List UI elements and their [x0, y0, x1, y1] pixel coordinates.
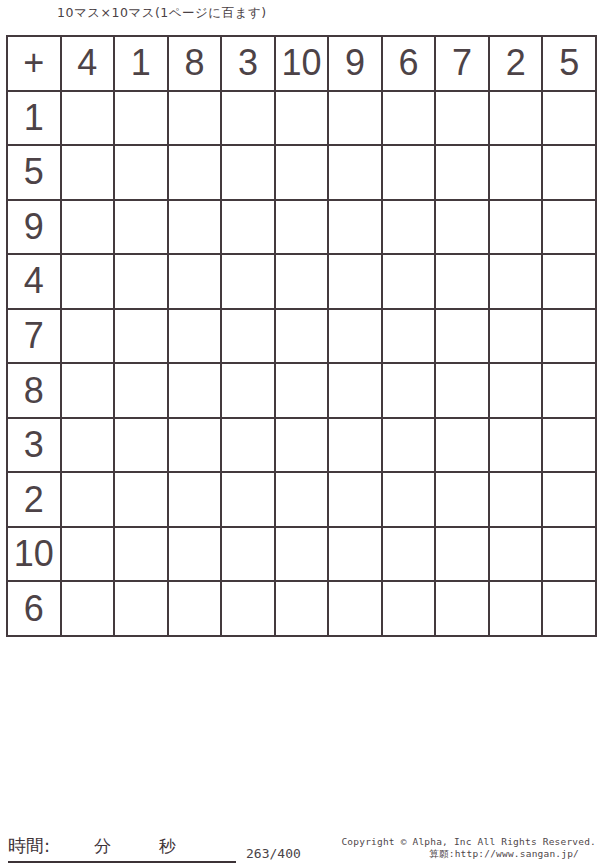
answer-cell[interactable]	[276, 364, 328, 417]
answer-cell[interactable]	[276, 528, 328, 581]
answer-cell[interactable]	[115, 582, 167, 635]
row-header-cell: 5	[8, 146, 60, 199]
answer-cell[interactable]	[62, 364, 114, 417]
answer-cell[interactable]	[222, 528, 274, 581]
minutes-label: 分	[94, 835, 111, 858]
answer-cell[interactable]	[543, 201, 595, 254]
answer-cell[interactable]	[543, 528, 595, 581]
answer-cell[interactable]	[62, 255, 114, 308]
row-header-cell: 6	[8, 582, 60, 635]
answer-cell[interactable]	[490, 419, 542, 472]
answer-cell[interactable]	[329, 364, 381, 417]
answer-cell[interactable]	[543, 255, 595, 308]
column-header-cell: 10	[276, 37, 328, 90]
answer-cell[interactable]	[222, 310, 274, 363]
answer-cell[interactable]	[169, 201, 221, 254]
answer-cell[interactable]	[62, 146, 114, 199]
seconds-label: 秒	[159, 835, 176, 858]
answer-cell[interactable]	[115, 419, 167, 472]
answer-cell[interactable]	[383, 473, 435, 526]
answer-cell[interactable]	[62, 419, 114, 472]
column-header-cell: 5	[543, 37, 595, 90]
answer-cell[interactable]	[169, 582, 221, 635]
answer-cell[interactable]	[115, 473, 167, 526]
answer-cell[interactable]	[115, 92, 167, 145]
worksheet-title: 10マス×10マス(1ページに百ます)	[57, 5, 267, 22]
column-header-cell: 8	[169, 37, 221, 90]
answer-cell[interactable]	[222, 364, 274, 417]
answer-cell[interactable]	[169, 528, 221, 581]
answer-cell[interactable]	[329, 255, 381, 308]
answer-cell[interactable]	[436, 419, 488, 472]
answer-cell[interactable]	[276, 310, 328, 363]
answer-cell[interactable]	[490, 473, 542, 526]
answer-cell[interactable]	[436, 201, 488, 254]
column-header-cell: 2	[490, 37, 542, 90]
column-header-cell: 9	[329, 37, 381, 90]
answer-cell[interactable]	[383, 582, 435, 635]
page-counter: 263/400	[246, 846, 301, 863]
answer-cell[interactable]	[490, 201, 542, 254]
row-header-cell: 1	[8, 92, 60, 145]
answer-cell[interactable]	[543, 310, 595, 363]
answer-cell[interactable]	[329, 310, 381, 363]
row-header-cell: 3	[8, 419, 60, 472]
answer-cell[interactable]	[329, 582, 381, 635]
answer-cell[interactable]	[543, 473, 595, 526]
answer-cell[interactable]	[490, 528, 542, 581]
copyright-block: Copyright © Alpha, Inc All Rights Reserv…	[341, 836, 596, 860]
answer-cell[interactable]	[62, 582, 114, 635]
column-header-cell: 7	[436, 37, 488, 90]
answer-cell[interactable]	[383, 255, 435, 308]
answer-cell[interactable]	[543, 364, 595, 417]
answer-cell[interactable]	[222, 92, 274, 145]
operator-cell: +	[8, 37, 60, 90]
answer-cell[interactable]	[383, 419, 435, 472]
answer-cell[interactable]	[383, 146, 435, 199]
answer-cell[interactable]	[169, 419, 221, 472]
row-header-cell: 9	[8, 201, 60, 254]
answer-cell[interactable]	[329, 146, 381, 199]
answer-cell[interactable]	[490, 92, 542, 145]
column-header-cell: 1	[115, 37, 167, 90]
answer-cell[interactable]	[329, 419, 381, 472]
answer-cell[interactable]	[169, 92, 221, 145]
answer-cell[interactable]	[276, 146, 328, 199]
copyright-text: Copyright © Alpha, Inc All Rights Reserv…	[341, 836, 596, 848]
answer-cell[interactable]	[169, 255, 221, 308]
answer-cell[interactable]	[436, 528, 488, 581]
answer-cell[interactable]	[222, 255, 274, 308]
row-header-cell: 7	[8, 310, 60, 363]
answer-cell[interactable]	[329, 473, 381, 526]
answer-cell[interactable]	[276, 92, 328, 145]
answer-cell[interactable]	[169, 364, 221, 417]
answer-cell[interactable]	[276, 473, 328, 526]
answer-cell[interactable]	[222, 201, 274, 254]
answer-cell[interactable]	[62, 473, 114, 526]
answer-cell[interactable]	[115, 255, 167, 308]
answer-cell[interactable]	[490, 582, 542, 635]
answer-cell[interactable]	[276, 201, 328, 254]
answer-cell[interactable]	[115, 146, 167, 199]
row-header-cell: 10	[8, 528, 60, 581]
answer-cell[interactable]	[62, 528, 114, 581]
answer-cell[interactable]	[383, 528, 435, 581]
answer-cell[interactable]	[490, 364, 542, 417]
row-header-cell: 2	[8, 473, 60, 526]
worksheet-grid: +4183109672515947832106	[6, 35, 597, 637]
answer-cell[interactable]	[543, 92, 595, 145]
answer-cell[interactable]	[490, 310, 542, 363]
answer-cell[interactable]	[329, 528, 381, 581]
answer-cell[interactable]	[543, 419, 595, 472]
row-header-cell: 4	[8, 255, 60, 308]
answer-cell[interactable]	[543, 146, 595, 199]
answer-cell[interactable]	[276, 255, 328, 308]
answer-cell[interactable]	[115, 528, 167, 581]
answer-cell[interactable]	[436, 364, 488, 417]
answer-cell[interactable]	[222, 146, 274, 199]
answer-cell[interactable]	[436, 310, 488, 363]
column-header-cell: 4	[62, 37, 114, 90]
answer-cell[interactable]	[383, 201, 435, 254]
answer-cell[interactable]	[383, 92, 435, 145]
answer-cell[interactable]	[169, 473, 221, 526]
answer-cell[interactable]	[543, 582, 595, 635]
answer-cell[interactable]	[490, 146, 542, 199]
row-header-cell: 8	[8, 364, 60, 417]
answer-cell[interactable]	[222, 419, 274, 472]
answer-cell[interactable]	[490, 255, 542, 308]
answer-cell[interactable]	[222, 473, 274, 526]
time-label: 時間:	[8, 834, 50, 858]
time-row: 時間: 分 秒 263/400	[8, 834, 301, 863]
answer-cell[interactable]	[436, 473, 488, 526]
answer-cell[interactable]	[436, 255, 488, 308]
answer-cell[interactable]	[383, 310, 435, 363]
answer-cell[interactable]	[62, 310, 114, 363]
answer-cell[interactable]	[276, 419, 328, 472]
answer-cell[interactable]	[62, 201, 114, 254]
column-header-cell: 3	[222, 37, 274, 90]
answer-cell[interactable]	[276, 582, 328, 635]
answer-cell[interactable]	[222, 582, 274, 635]
answer-cell[interactable]	[436, 146, 488, 199]
answer-cell[interactable]	[169, 146, 221, 199]
answer-cell[interactable]	[62, 92, 114, 145]
answer-cell[interactable]	[436, 92, 488, 145]
column-header-cell: 6	[383, 37, 435, 90]
answer-cell[interactable]	[436, 582, 488, 635]
worksheet-page: 10マス×10マス(1ページに百ます) +4183109672515947832…	[0, 0, 600, 865]
answer-cell[interactable]	[383, 364, 435, 417]
time-entry-line[interactable]: 時間: 分 秒	[8, 834, 236, 863]
source-url: 算願:http://www.sangan.jp/	[341, 848, 596, 860]
answer-cell[interactable]	[115, 201, 167, 254]
answer-cell[interactable]	[169, 310, 221, 363]
answer-cell[interactable]	[329, 92, 381, 145]
answer-cell[interactable]	[115, 364, 167, 417]
answer-cell[interactable]	[329, 201, 381, 254]
answer-cell[interactable]	[115, 310, 167, 363]
